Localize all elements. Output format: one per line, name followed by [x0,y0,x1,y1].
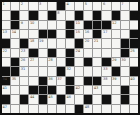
clue-number: 31 [21,67,25,71]
white-cell-r10c12[interactable] [112,95,120,103]
black-cell-r3c14 [130,30,138,38]
white-cell-r11c0[interactable]: 47 [2,105,10,113]
white-cell-r7c13[interactable] [121,67,129,75]
white-cell-r5c8[interactable]: 24 [75,49,83,57]
clue-number: 21 [94,39,98,43]
black-cell-r9c7 [66,86,74,94]
clue-number: 12 [112,21,116,25]
black-cell-r10c0 [2,95,10,103]
white-cell-r3c3[interactable] [29,30,37,38]
white-cell-r11c4[interactable] [39,105,47,113]
clue-number: 39 [112,77,116,81]
black-cell-r4c13 [121,39,129,47]
white-cell-r7c9[interactable] [84,67,92,75]
clue-number: 44 [30,95,34,99]
white-cell-r10c5[interactable]: 45 [48,95,56,103]
black-cell-r10c2 [20,95,28,103]
white-cell-r4c7[interactable] [66,39,74,47]
white-cell-r7c10[interactable] [93,67,101,75]
clue-number: 28 [48,58,52,62]
clue-number: 40 [130,77,134,81]
white-cell-r5c10[interactable] [93,49,101,57]
clue-number: 48 [85,105,89,109]
white-cell-r1c11[interactable] [102,11,110,19]
black-cell-r3c10 [93,30,101,38]
clue-number: 1 [3,2,5,6]
clue-number: 43 [94,86,98,90]
white-cell-r11c2[interactable] [20,105,28,113]
black-cell-r1c14 [130,11,138,19]
white-cell-r4c5[interactable] [48,39,56,47]
black-cell-r10c13 [121,95,129,103]
white-cell-r2c5[interactable] [48,21,56,29]
white-cell-r4c4[interactable]: 19 [39,39,47,47]
clue-number: 22 [3,49,7,53]
clue-number: 7 [121,2,123,6]
white-cell-r5c9[interactable] [84,49,92,57]
white-cell-r8c8[interactable] [75,77,83,85]
clue-number: 17 [103,30,107,34]
clue-number: 35 [12,77,16,81]
white-cell-r2c3[interactable]: 10 [29,21,37,29]
white-cell-r4c9[interactable]: 20 [84,39,92,47]
clue-number: 24 [76,49,80,53]
white-cell-r2c14[interactable] [130,21,138,29]
black-cell-r2c7 [66,21,74,29]
white-cell-r5c11[interactable] [102,49,110,57]
white-cell-r6c3[interactable]: 27 [29,58,37,66]
white-cell-r9c10[interactable]: 43 [93,86,101,94]
black-cell-r1c3 [29,11,37,19]
white-cell-r0c0[interactable]: 1 [2,2,10,10]
black-cell-r2c9 [84,21,92,29]
white-cell-r10c7[interactable]: 46 [66,95,74,103]
white-cell-r0c8[interactable] [75,2,83,10]
black-cell-r8c4 [39,77,47,85]
black-cell-r6c7 [66,58,74,66]
white-cell-r9c2[interactable] [20,86,28,94]
white-cell-r8c5[interactable]: 36 [48,77,56,85]
clue-number: 15 [76,30,80,34]
white-cell-r8c1[interactable]: 35 [11,77,19,85]
white-cell-r10c1[interactable] [11,95,19,103]
white-cell-r4c10[interactable]: 21 [93,39,101,47]
white-cell-r8c11[interactable]: 38 [102,77,110,85]
clue-number: 13 [3,30,7,34]
black-cell-r0c6 [57,2,65,10]
clue-number: 41 [3,86,7,90]
white-cell-r2c2[interactable]: 9 [20,21,28,29]
white-cell-r11c7[interactable] [66,105,74,113]
white-cell-r8c6[interactable]: 37 [57,77,65,85]
white-cell-r0c5[interactable] [48,2,56,10]
white-cell-r9c9[interactable] [84,86,92,94]
black-cell-r9c13 [121,86,129,94]
white-cell-r2c8[interactable]: 11 [75,21,83,29]
clue-number: 11 [76,21,80,25]
white-cell-r3c12[interactable] [112,30,120,38]
white-cell-r1c2[interactable] [20,11,28,19]
black-cell-r5c7 [66,49,74,57]
white-cell-r8c2[interactable] [20,77,28,85]
white-cell-r9c11[interactable] [102,86,110,94]
white-cell-r2c4[interactable] [39,21,47,29]
white-cell-r0c13[interactable]: 7 [121,2,129,10]
white-cell-r6c6[interactable] [57,58,65,66]
clue-number: 18 [30,39,34,43]
black-cell-r1c5 [48,11,56,19]
white-cell-r0c1[interactable] [11,2,19,10]
clue-number: 14 [12,30,16,34]
clue-number: 9 [21,21,23,25]
white-cell-r8c3[interactable] [29,77,37,85]
white-cell-r3c6[interactable] [57,30,65,38]
black-cell-r7c6 [57,67,65,75]
clue-number: 4 [66,2,68,6]
clue-number: 6 [103,2,105,6]
white-cell-r0c10[interactable] [93,2,101,10]
white-cell-r6c14[interactable] [130,58,138,66]
black-cell-r5c5 [48,49,56,57]
white-cell-r6c10[interactable] [93,58,101,66]
black-cell-r7c1 [11,67,19,75]
clue-number: 25 [130,49,134,53]
white-cell-r0c3[interactable] [29,2,37,10]
black-cell-r5c13 [121,49,129,57]
white-cell-r5c2[interactable]: 23 [20,49,28,57]
white-cell-r11c14[interactable] [130,105,138,113]
clue-number: 23 [21,49,25,53]
clue-number: 5 [85,2,87,6]
clue-number: 29 [112,58,116,62]
white-cell-r0c11[interactable]: 6 [102,2,110,10]
black-cell-r10c9 [84,95,92,103]
clue-number: 26 [21,58,25,62]
white-cell-r0c2[interactable]: 2 [20,2,28,10]
white-cell-r11c10[interactable] [93,105,101,113]
white-cell-r11c6[interactable] [57,105,65,113]
white-cell-r1c0[interactable] [2,11,10,19]
white-cell-r7c7[interactable]: 32 [66,67,74,75]
black-cell-r8c10 [93,77,101,85]
black-cell-r3c5 [48,30,56,38]
white-cell-r0c4[interactable]: 3 [39,2,47,10]
black-cell-r8c7 [66,77,74,85]
black-cell-r11c8 [75,105,83,113]
black-cell-r4c14 [130,39,138,47]
white-cell-r8c12[interactable]: 39 [112,77,120,85]
black-cell-r4c2 [20,39,28,47]
white-cell-r9c1[interactable] [11,86,19,94]
white-cell-r4c3[interactable]: 18 [29,39,37,47]
white-cell-r9c0[interactable]: 41 [2,86,10,94]
white-cell-r2c12[interactable]: 12 [112,21,120,29]
white-cell-r2c13[interactable] [121,21,129,29]
white-cell-r0c9[interactable]: 5 [84,2,92,10]
white-cell-r7c3[interactable] [29,67,37,75]
white-cell-r0c12[interactable] [112,2,120,10]
white-cell-r9c12[interactable] [112,86,120,94]
clue-number: 46 [66,95,70,99]
white-cell-r10c14[interactable] [130,95,138,103]
clue-number: 16 [85,30,89,34]
black-cell-r3c7 [66,30,74,38]
white-cell-r5c14[interactable]: 25 [130,49,138,57]
white-cell-r3c1[interactable]: 14 [11,30,19,38]
white-cell-r3c8[interactable]: 15 [75,30,83,38]
white-cell-r6c5[interactable]: 28 [48,58,56,66]
clue-number: 47 [3,105,7,109]
clue-number: 30 [121,58,125,62]
black-cell-r1c10 [93,11,101,19]
white-cell-r7c5[interactable] [48,67,56,75]
white-cell-r4c12[interactable] [112,39,120,47]
white-cell-r4c6[interactable] [57,39,65,47]
white-cell-r8c13[interactable] [121,77,129,85]
clue-number: 19 [39,39,43,43]
white-cell-r3c0[interactable]: 13 [2,30,10,38]
clue-number: 2 [21,2,23,6]
white-cell-r7c8[interactable] [75,67,83,75]
black-cell-r5c3 [29,49,37,57]
clue-number: 20 [85,39,89,43]
black-cell-r7c12 [112,67,120,75]
white-cell-r4c1[interactable] [11,39,19,47]
white-cell-r10c3[interactable]: 44 [29,95,37,103]
white-cell-r11c5[interactable] [48,105,56,113]
clue-number: 34 [3,77,7,81]
white-cell-r8c14[interactable]: 40 [130,77,138,85]
white-cell-r11c3[interactable] [29,105,37,113]
white-cell-r1c4[interactable] [39,11,47,19]
black-cell-r4c0 [2,39,10,47]
black-cell-r10c4 [39,95,47,103]
clue-number: 27 [30,58,34,62]
white-cell-r7c4[interactable] [39,67,47,75]
white-cell-r9c14[interactable] [130,86,138,94]
black-cell-r6c1 [11,58,19,66]
white-cell-r9c6[interactable] [57,86,65,94]
white-cell-r5c6[interactable] [57,49,65,57]
white-cell-r4c11[interactable] [102,39,110,47]
white-cell-r6c12[interactable]: 29 [112,58,120,66]
clue-number: 10 [30,21,34,25]
clue-number: 38 [103,77,107,81]
clue-number: 32 [66,67,70,71]
white-cell-r5c1[interactable] [11,49,19,57]
white-cell-r6c13[interactable]: 30 [121,58,129,66]
white-cell-r11c1[interactable] [11,105,19,113]
crossword-board: 1234567891011121314151617181920212223242… [0,0,140,115]
clue-number: 42 [76,86,80,90]
white-cell-r1c6[interactable]: 8 [57,11,65,19]
white-cell-r10c8[interactable] [75,95,83,103]
black-cell-r6c11 [102,58,110,66]
black-cell-r1c1 [11,11,19,19]
clue-number: 3 [39,2,41,6]
black-cell-r8c9 [84,77,92,85]
black-cell-r3c4 [39,30,47,38]
clue-number: 37 [57,77,61,81]
black-cell-r9c4 [39,86,47,94]
white-cell-r11c9[interactable]: 48 [84,105,92,113]
white-cell-r3c13[interactable] [121,30,129,38]
white-cell-r11c11[interactable] [102,105,110,113]
black-cell-r7c14 [130,67,138,75]
white-cell-r1c7[interactable] [66,11,74,19]
black-cell-r10c6 [57,95,65,103]
black-cell-r10c11 [102,95,110,103]
white-cell-r5c12[interactable] [112,49,120,57]
black-cell-r1c12 [112,11,120,19]
white-cell-r2c6[interactable] [57,21,65,29]
white-cell-r5c0[interactable]: 22 [2,49,10,57]
white-cell-r1c13[interactable] [121,11,129,19]
white-cell-r6c0[interactable] [2,58,10,66]
clue-number: 8 [57,11,59,15]
white-cell-r11c12[interactable] [112,105,120,113]
white-cell-r6c2[interactable]: 26 [20,58,28,66]
white-cell-r3c9[interactable]: 16 [84,30,92,38]
white-cell-r1c9[interactable] [84,11,92,19]
black-cell-r2c11 [102,21,110,29]
black-cell-r6c9 [84,58,92,66]
black-cell-r4c8 [75,39,83,47]
white-cell-r10c10[interactable] [93,95,101,103]
clue-number: 45 [48,95,52,99]
black-cell-r2c10 [93,21,101,29]
black-cell-r1c8 [75,11,83,19]
white-cell-r6c8[interactable] [75,58,83,66]
white-cell-r6c4[interactable] [39,58,47,66]
white-cell-r11c13[interactable] [121,105,129,113]
white-cell-r3c2[interactable] [20,30,28,38]
black-cell-r9c5 [48,86,56,94]
black-cell-r7c0 [2,67,10,75]
white-cell-r2c0[interactable] [2,21,10,29]
white-cell-r9c8[interactable]: 42 [75,86,83,94]
clue-number: 33 [103,67,107,71]
black-cell-r8c0: 34 [2,77,10,85]
white-cell-r7c11[interactable]: 33 [102,67,110,75]
white-cell-r0c14[interactable] [130,2,138,10]
black-cell-r9c3 [29,86,37,94]
white-cell-r3c11[interactable]: 17 [102,30,110,38]
white-cell-r7c2[interactable]: 31 [20,67,28,75]
white-cell-r5c4[interactable] [39,49,47,57]
black-cell-r2c1 [11,21,19,29]
clue-number: 36 [48,77,52,81]
white-cell-r0c7[interactable]: 4 [66,2,74,10]
